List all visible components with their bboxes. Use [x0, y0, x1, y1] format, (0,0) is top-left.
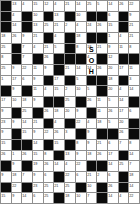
cell[interactable]: 11	[33, 86, 43, 96]
cell[interactable]: 8	[129, 140, 139, 150]
cell[interactable]: 4	[119, 193, 129, 203]
cell-number: 7	[119, 140, 121, 144]
cell[interactable]: 4	[76, 22, 86, 32]
cell-number: 17	[1, 97, 5, 101]
cell[interactable]: 7	[119, 140, 129, 150]
cell[interactable]: 6	[129, 108, 139, 118]
cell[interactable]: 2	[65, 22, 75, 32]
cell[interactable]: 6	[108, 12, 118, 22]
cell[interactable]: 21	[33, 119, 43, 129]
cell[interactable]: 21	[54, 22, 64, 32]
cell[interactable]: 4	[65, 161, 75, 171]
black-cell	[1, 1, 11, 11]
cell[interactable]: 14	[108, 1, 118, 11]
cell[interactable]: 14	[129, 86, 139, 96]
black-cell	[97, 54, 107, 64]
cell-number: 21	[129, 33, 133, 37]
cell-number: 25	[119, 161, 123, 165]
black-cell	[119, 54, 129, 64]
cell[interactable]: 18	[87, 151, 97, 161]
cell[interactable]: 4	[54, 33, 64, 43]
cell[interactable]: 26	[119, 129, 129, 139]
cell[interactable]: 8	[76, 140, 86, 150]
cell[interactable]: 15	[22, 129, 32, 139]
cell[interactable]: 21	[33, 33, 43, 43]
cell[interactable]: 18	[97, 119, 107, 129]
cell-number: 20	[65, 108, 69, 112]
cell[interactable]: 9	[33, 172, 43, 182]
black-cell	[97, 183, 107, 193]
cell-number: 10	[33, 12, 37, 16]
cell-number: 2	[65, 22, 67, 26]
cell-number: 4	[87, 119, 89, 123]
cell[interactable]: 4	[87, 119, 97, 129]
cell[interactable]: 5	[54, 44, 64, 54]
cell[interactable]: 22	[44, 129, 54, 139]
cell[interactable]: 4O	[87, 54, 97, 64]
cell[interactable]: 15	[1, 193, 11, 203]
cell[interactable]: 22	[129, 1, 139, 11]
cell-number: 1	[108, 33, 110, 37]
cell[interactable]: 14	[108, 161, 118, 171]
cell-number: 24	[87, 22, 91, 26]
cell-number: 14	[22, 119, 26, 123]
cell[interactable]: 19	[33, 161, 43, 171]
cell-number: 6	[108, 140, 110, 144]
cell[interactable]: 9	[12, 119, 22, 129]
cell[interactable]: 11	[129, 65, 139, 75]
cell[interactable]: 2	[65, 86, 75, 96]
cell-number: 22	[129, 1, 133, 5]
cell[interactable]: 25	[44, 183, 54, 193]
cell[interactable]: 14	[33, 140, 43, 150]
cell[interactable]: 11	[97, 108, 107, 118]
cell[interactable]: 20	[108, 65, 118, 75]
cell-number: 9	[44, 65, 46, 69]
codeword-grid: 1341512421142551426224101310691413252124…	[0, 0, 140, 204]
cell[interactable]: 22	[76, 119, 86, 129]
cell[interactable]: 21	[44, 44, 54, 54]
cell[interactable]: 10	[76, 12, 86, 22]
cell-number: 11	[33, 86, 37, 90]
cell[interactable]: 4	[33, 44, 43, 54]
black-cell	[65, 12, 75, 22]
cell[interactable]: 9	[44, 65, 54, 75]
cell[interactable]: 21	[54, 183, 64, 193]
cell[interactable]: 10	[87, 183, 97, 193]
cell-number: 15	[1, 193, 5, 197]
cell-number: 25	[1, 65, 5, 69]
cell-number: 6	[33, 193, 35, 197]
cell[interactable]: 15	[1, 140, 11, 150]
cell[interactable]: 14	[76, 65, 86, 75]
cell[interactable]: 26	[119, 1, 129, 11]
cell[interactable]: 7	[22, 44, 32, 54]
cell[interactable]: 26	[97, 65, 107, 75]
black-cell	[97, 86, 107, 96]
cell[interactable]: 23	[33, 183, 43, 193]
black-cell	[65, 33, 75, 43]
black-cell	[119, 151, 129, 161]
cell-number: 11	[33, 65, 37, 69]
cell[interactable]: 2	[97, 172, 107, 182]
black-cell	[108, 129, 118, 139]
cell[interactable]: 9	[12, 86, 22, 96]
cell[interactable]: 6	[76, 172, 86, 182]
black-cell	[1, 183, 11, 193]
black-cell	[97, 33, 107, 43]
cell[interactable]: 9	[12, 65, 22, 75]
cell-number: 3	[65, 129, 67, 133]
black-cell	[129, 54, 139, 64]
cell[interactable]: 17	[108, 151, 118, 161]
cell[interactable]: 10	[76, 86, 86, 96]
black-cell	[54, 97, 64, 107]
cell[interactable]: 25	[65, 183, 75, 193]
cell[interactable]: 14	[129, 151, 139, 161]
cell[interactable]: 15	[54, 140, 64, 150]
cell[interactable]: 8	[1, 54, 11, 64]
cell-number: 4	[12, 12, 14, 16]
cell[interactable]: 8	[44, 151, 54, 161]
cell-number: 4	[33, 44, 35, 48]
cell-number: 15	[33, 151, 37, 155]
black-cell	[119, 183, 129, 193]
cell-number: 14	[108, 161, 112, 165]
cell[interactable]: 21	[129, 22, 139, 32]
cell[interactable]: 26	[44, 54, 54, 64]
cell[interactable]: 25	[87, 1, 97, 11]
cell-number: 5	[87, 86, 89, 90]
black-cell	[119, 76, 129, 86]
cell[interactable]: 12	[44, 1, 54, 11]
cell[interactable]: 22	[76, 161, 86, 171]
cell-number: 22	[76, 119, 80, 123]
black-cell	[119, 12, 129, 22]
cell[interactable]: 18	[108, 76, 118, 86]
cell[interactable]: 9	[108, 44, 118, 54]
cell[interactable]: 1	[108, 33, 118, 43]
cell[interactable]: 26	[12, 33, 22, 43]
cell-number: 6	[76, 172, 78, 176]
cell[interactable]: 14H	[87, 65, 97, 75]
cell[interactable]: 6	[108, 140, 118, 150]
cell[interactable]: 15	[33, 1, 43, 11]
cell[interactable]: 26	[22, 151, 32, 161]
cell[interactable]: 17	[1, 97, 11, 107]
cell[interactable]: 11	[97, 97, 107, 107]
cell-number: 6	[129, 108, 131, 112]
cell[interactable]: 5	[76, 76, 86, 86]
cell[interactable]: 18	[65, 193, 75, 203]
black-cell	[54, 65, 64, 75]
cell-number: 8	[76, 140, 78, 144]
cell[interactable]: 18	[54, 108, 64, 118]
cell[interactable]: 3	[129, 76, 139, 86]
cell-number: 6	[44, 172, 46, 176]
cell[interactable]: 20	[119, 119, 129, 129]
cell-number: 9	[76, 108, 78, 112]
cell[interactable]: 8	[129, 44, 139, 54]
cell[interactable]: 4	[119, 33, 129, 43]
cell[interactable]: 22	[65, 172, 75, 182]
cell[interactable]: 14	[22, 119, 32, 129]
cell[interactable]: 9	[12, 193, 22, 203]
cell-number: 14	[22, 193, 26, 197]
cell-number: 5	[97, 1, 99, 5]
cell-number: 26	[119, 1, 123, 5]
cell[interactable]: 9	[1, 108, 11, 118]
cell[interactable]: 25	[1, 44, 11, 54]
cell[interactable]: 4	[54, 1, 64, 11]
cell-number: 7	[87, 193, 89, 197]
cell-number: 12	[108, 54, 112, 58]
cell[interactable]: 1	[1, 76, 11, 86]
cell[interactable]: 26	[108, 183, 118, 193]
cell[interactable]: 25	[119, 161, 129, 171]
cell-number: 6	[108, 172, 110, 176]
cell[interactable]: 17	[12, 76, 22, 86]
cell[interactable]: 9	[1, 172, 11, 182]
cell[interactable]: 14	[76, 1, 86, 11]
cell[interactable]: 6	[33, 193, 43, 203]
black-cell	[12, 129, 22, 139]
cell[interactable]: 6	[108, 172, 118, 182]
cell[interactable]: 14	[119, 97, 129, 107]
cell-number: 22	[65, 172, 69, 176]
cell[interactable]: 20	[65, 108, 75, 118]
cell[interactable]: 17	[54, 76, 64, 86]
cell[interactable]: 26	[1, 151, 11, 161]
cell-number: 15	[54, 86, 58, 90]
cell[interactable]: 13	[33, 22, 43, 32]
cell[interactable]: 17	[119, 65, 129, 75]
cell[interactable]: 11	[119, 44, 129, 54]
black-cell	[44, 119, 54, 129]
cell[interactable]: 9	[1, 129, 11, 139]
cell[interactable]: 18S	[87, 44, 97, 54]
cell[interactable]: 18	[129, 172, 139, 182]
cell[interactable]: 7	[129, 161, 139, 171]
cell[interactable]: 23	[1, 119, 11, 129]
cell[interactable]: 9	[33, 129, 43, 139]
cell-number: 15	[1, 140, 5, 144]
cell[interactable]: 10	[12, 97, 22, 107]
black-cell	[33, 54, 43, 64]
cell[interactable]: 18	[1, 33, 11, 43]
cell[interactable]: 7	[22, 54, 32, 64]
cell[interactable]: 14	[108, 193, 118, 203]
black-cell	[12, 140, 22, 150]
cell[interactable]: 1	[12, 151, 22, 161]
cell[interactable]: 8	[76, 44, 86, 54]
cell[interactable]: 6	[44, 172, 54, 182]
cell-number: 26	[1, 151, 5, 155]
cell[interactable]: 13	[54, 12, 64, 22]
cell[interactable]: 5	[108, 97, 118, 107]
cell[interactable]: 9	[129, 12, 139, 22]
cell[interactable]: 21	[129, 33, 139, 43]
black-cell	[54, 193, 64, 203]
cell-number: 26	[108, 183, 112, 187]
cell[interactable]: 7	[87, 193, 97, 203]
cell[interactable]: 24	[87, 22, 97, 32]
cell-number: 14	[12, 22, 16, 26]
cell-number: 9	[12, 119, 14, 123]
black-cell	[97, 76, 107, 86]
cell[interactable]: 26	[108, 108, 118, 118]
cell[interactable]: 4	[54, 119, 64, 129]
cell[interactable]: 26	[44, 161, 54, 171]
cell-number: 15	[108, 22, 112, 26]
cell[interactable]: 4	[44, 86, 54, 96]
cell-number: 4	[119, 193, 121, 197]
cell[interactable]: 9	[33, 76, 43, 86]
cell-number: 18	[22, 97, 26, 101]
cell-number: 6	[22, 76, 24, 80]
cell[interactable]: 25	[1, 65, 11, 75]
cell[interactable]: 14	[129, 183, 139, 193]
cell[interactable]: 4	[22, 1, 32, 11]
cell-number: 5	[54, 44, 56, 48]
black-cell	[1, 12, 11, 22]
cell-number: 6	[108, 12, 110, 16]
black-cell	[87, 33, 97, 43]
cell[interactable]: 15	[108, 22, 118, 32]
cell-number: 10	[76, 86, 80, 90]
black-cell	[44, 76, 54, 86]
cell[interactable]: 9	[87, 140, 97, 150]
cell[interactable]: 13	[12, 1, 22, 11]
cell-number: 21	[129, 22, 133, 26]
cell[interactable]: 10	[33, 12, 43, 22]
cell-number: 26	[54, 129, 58, 133]
cell[interactable]: 26	[44, 108, 54, 118]
cell-number: 4	[76, 22, 78, 26]
cell-number: 14	[76, 65, 80, 69]
cell-number: 14	[54, 161, 58, 165]
cell[interactable]: 9	[12, 161, 22, 171]
cell[interactable]: 15	[33, 151, 43, 161]
black-cell	[54, 54, 64, 64]
cell-number: 26	[44, 161, 48, 165]
cell[interactable]: 22	[129, 193, 139, 203]
black-cell	[12, 54, 22, 64]
cell[interactable]: 9	[87, 129, 97, 139]
cell[interactable]: 21	[87, 172, 97, 182]
black-cell	[1, 22, 11, 32]
cell[interactable]: 15	[54, 86, 64, 96]
cell[interactable]: 13	[65, 151, 75, 161]
cell[interactable]: 5	[97, 1, 107, 11]
cell[interactable]: 21	[65, 65, 75, 75]
cell[interactable]: 9	[76, 108, 86, 118]
cell-number: 9	[33, 172, 35, 176]
black-cell	[44, 12, 54, 22]
cell-number: 23	[1, 119, 5, 123]
black-cell	[119, 22, 129, 32]
black-cell	[119, 172, 129, 182]
cell[interactable]: 4	[119, 86, 129, 96]
cell-number: 20	[108, 65, 112, 69]
cell-number: 5	[76, 76, 78, 80]
cell[interactable]: 14	[22, 193, 32, 203]
cell[interactable]: 11	[33, 65, 43, 75]
cell-number: 9	[22, 33, 24, 37]
cell-number: 25	[44, 183, 48, 187]
cell[interactable]: 5	[108, 119, 118, 129]
cell[interactable]: 17	[119, 108, 129, 118]
cell[interactable]: 18	[12, 172, 22, 182]
cell[interactable]: 9	[76, 151, 86, 161]
cell[interactable]: 26	[87, 97, 97, 107]
cell[interactable]: 21	[97, 140, 107, 150]
cell-number: 21	[97, 44, 101, 48]
cell[interactable]: 14	[12, 22, 22, 32]
cell[interactable]: 14	[54, 161, 64, 171]
cell[interactable]: 21	[97, 44, 107, 54]
cell[interactable]: 25	[22, 108, 32, 118]
cell-number: 15	[33, 1, 37, 5]
cell[interactable]: 25	[44, 193, 54, 203]
cell[interactable]: 26	[97, 22, 107, 32]
cell[interactable]: 22	[12, 183, 22, 193]
black-cell	[87, 108, 97, 118]
cell[interactable]: 12	[108, 54, 118, 64]
black-cell	[65, 119, 75, 129]
cell-number: 20	[119, 119, 123, 123]
cell[interactable]: 9	[33, 97, 43, 107]
cell[interactable]: 10	[76, 193, 86, 203]
cell[interactable]: 22	[22, 65, 32, 75]
cell-number: 7	[22, 54, 24, 58]
cell-number: 13	[33, 22, 37, 26]
cell-number: 18	[87, 151, 91, 155]
black-cell	[12, 44, 22, 54]
cell[interactable]: 5	[87, 86, 97, 96]
cell[interactable]: 7	[22, 172, 32, 182]
cell-number: 9	[12, 65, 14, 69]
cell[interactable]: 9	[22, 33, 32, 43]
cell[interactable]: 18	[76, 33, 86, 43]
cell-number: 5	[108, 97, 110, 101]
cell-number: 9	[87, 129, 89, 133]
cell-number: 1	[1, 76, 3, 80]
cell[interactable]: 6	[22, 76, 32, 86]
cell[interactable]: 21	[65, 1, 75, 11]
cell-number: 9	[33, 129, 35, 133]
black-cell	[76, 183, 86, 193]
cell-number: 14	[33, 140, 37, 144]
cell-number: 26	[87, 97, 91, 101]
cell[interactable]: 25	[65, 97, 75, 107]
cell[interactable]: 20	[108, 86, 118, 96]
cell-number: 21	[65, 1, 69, 5]
cell-number: 8	[129, 140, 131, 144]
cell[interactable]: 25	[44, 22, 54, 32]
black-cell	[44, 33, 54, 43]
cell[interactable]: 3	[65, 129, 75, 139]
cell-number: 26	[12, 33, 16, 37]
cell-number: 10	[12, 97, 16, 101]
cell-number: 17	[119, 108, 123, 112]
cell-number: 14	[129, 183, 133, 187]
cell[interactable]: 18	[22, 97, 32, 107]
cell[interactable]: 26	[97, 151, 107, 161]
cell[interactable]: 4	[12, 12, 22, 22]
cell[interactable]: 26	[54, 129, 64, 139]
cell-number: 11	[97, 108, 101, 112]
